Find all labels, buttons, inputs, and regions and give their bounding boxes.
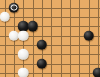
grid-line-horizontal bbox=[0, 64, 100, 65]
white-stone[interactable] bbox=[0, 12, 10, 23]
grid-line-vertical bbox=[70, 0, 71, 77]
grid-line-vertical bbox=[51, 0, 52, 77]
grid-line-vertical bbox=[98, 0, 99, 77]
black-stone[interactable] bbox=[37, 58, 48, 69]
grid-line-horizontal bbox=[0, 45, 100, 46]
grid-line-horizontal bbox=[0, 26, 100, 27]
grid-line-horizontal bbox=[0, 73, 100, 74]
white-stone[interactable] bbox=[18, 68, 29, 77]
go-board[interactable] bbox=[0, 0, 100, 77]
black-stone-last-move[interactable] bbox=[9, 2, 20, 13]
black-stone[interactable] bbox=[37, 40, 48, 51]
screenshot-root bbox=[0, 0, 100, 77]
last-move-circle-marker bbox=[11, 4, 18, 11]
black-stone[interactable] bbox=[27, 21, 38, 32]
grid-line-vertical bbox=[61, 0, 62, 77]
grid-line-horizontal bbox=[0, 54, 100, 55]
white-stone[interactable] bbox=[18, 49, 29, 60]
black-stone[interactable] bbox=[83, 30, 94, 41]
grid-line-vertical bbox=[33, 0, 34, 77]
white-stone[interactable] bbox=[18, 30, 29, 41]
grid-line-vertical bbox=[79, 0, 80, 77]
grid-line-horizontal bbox=[0, 17, 100, 18]
black-stone[interactable] bbox=[93, 68, 100, 77]
